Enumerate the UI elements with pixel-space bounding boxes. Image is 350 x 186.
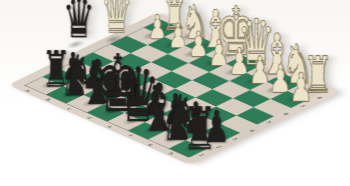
product-photo-scene: ♜♟♟♜♞♟♟♞♝♟♟♝♚♟♟♚♛♟♟♛♝♟♟♝♞♟♟♞♜♟♟♜ abcdefg… — [0, 0, 350, 186]
piece-shadow — [282, 93, 308, 105]
vinyl-roll-up-chess-mat: ♜♟♟♜♞♟♟♞♝♟♟♝♚♟♟♚♛♟♟♛♝♟♟♝♞♟♟♞♜♟♟♜ abcdefg… — [8, 12, 340, 165]
piece-shadow — [63, 38, 89, 50]
chess-board: ♜♟♟♜♞♟♟♞♝♟♟♝♚♟♟♚♛♟♟♛♝♟♟♝♞♟♟♞♜♟♟♜ — [24, 20, 323, 158]
piece-shadow — [180, 142, 206, 154]
extra-black-queen: ♛ — [54, 0, 103, 42]
